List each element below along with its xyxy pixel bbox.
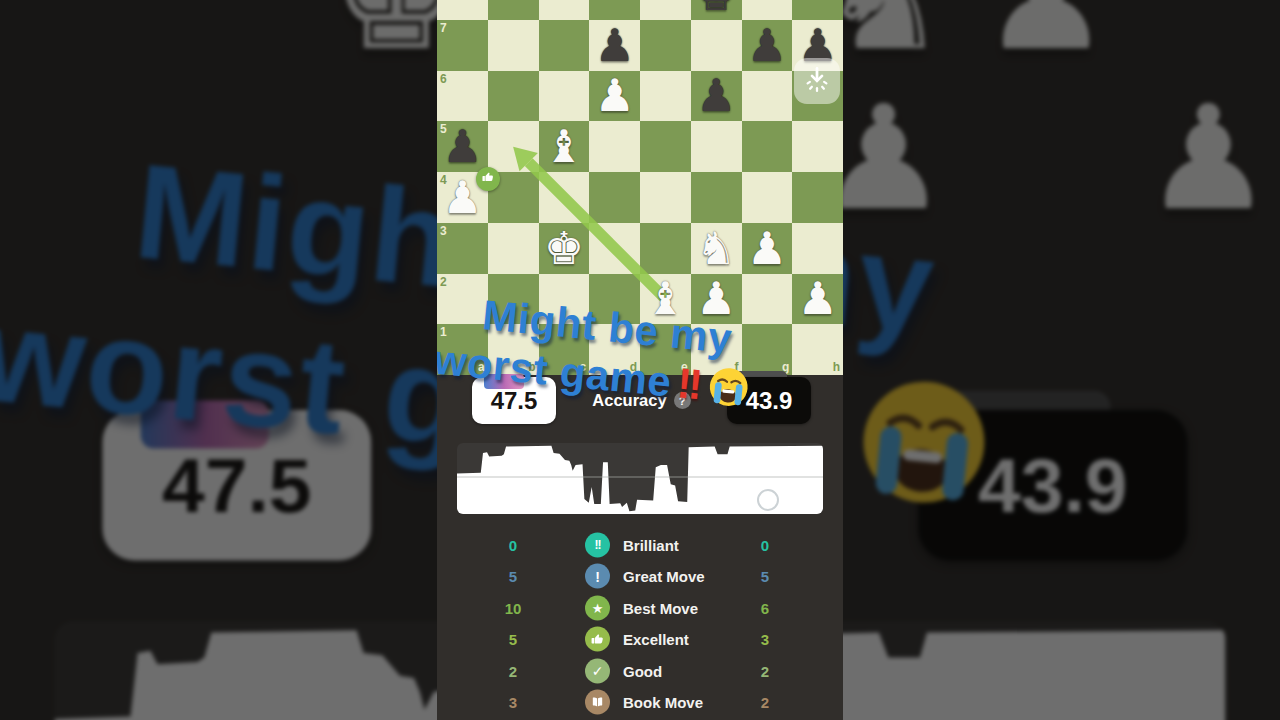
white-good-count: 2 [483,662,543,679]
best-label: Best Move [623,599,698,616]
move-classification-badge-excellent [476,167,500,191]
board-maximize-button[interactable] [794,58,840,104]
classification-row-good[interactable]: 2✓Good2 [437,655,843,687]
book-label: Book Move [623,694,703,711]
white-excellent-count: 5 [483,631,543,648]
classification-row-excellent[interactable]: 5Excellent3 [437,624,843,656]
good-icon: ✓ [585,658,610,683]
good-label: Good [623,662,662,679]
white-book-count: 3 [483,694,543,711]
classification-row-book[interactable]: 3Book Move2 [437,687,843,719]
black-great-count: 5 [735,568,795,585]
crying-emoji [707,365,751,409]
current-move-marker[interactable] [757,489,779,511]
classification-row-brilliant[interactable]: 0!!Brilliant0 [437,529,843,561]
brilliant-icon: !! [585,532,610,557]
best-icon: ★ [585,595,610,620]
center-board-icon [802,64,832,98]
double-exclamation-emoji: !! [675,359,701,408]
great-icon: ! [585,564,610,589]
great-label: Great Move [623,568,705,585]
move-classification-list: 0!!Brilliant05!Great Move510★Best Move65… [437,529,843,718]
black-accuracy-value: 43.9 [746,387,793,415]
evaluation-graph[interactable] [457,443,823,514]
black-excellent-count: 3 [735,631,795,648]
black-good-count: 2 [735,662,795,679]
black-book-count: 2 [735,694,795,711]
book-icon [585,690,610,715]
white-great-count: 5 [483,568,543,585]
excellent-label: Excellent [623,631,689,648]
black-best-count: 6 [735,599,795,616]
thumbs-up-icon [481,170,495,188]
brilliant-label: Brilliant [623,536,679,553]
black-brilliant-count: 0 [735,536,795,553]
app-screen: 87654321abcdefgh ♚♟♟♟♟♟♟♝♟♚♞♟♝♟♟ [437,0,843,720]
excellent-icon [585,627,610,652]
white-best-count: 10 [483,599,543,616]
classification-row-great[interactable]: 5!Great Move5 [437,561,843,593]
classification-row-best[interactable]: 10★Best Move6 [437,592,843,624]
white-brilliant-count: 0 [483,536,543,553]
video-frame: 87654321abcdefgh ♚♟♟♟♟♟♟♝♟♚♞♟♝♟♟ [0,0,1280,720]
